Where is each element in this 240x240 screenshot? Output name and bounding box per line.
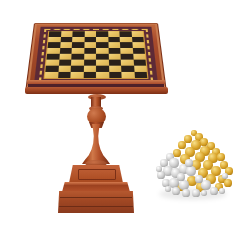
tabletop-edge-moulding	[25, 87, 168, 94]
tabletop	[26, 23, 167, 89]
board-cell	[121, 72, 134, 78]
silver-piece	[182, 189, 190, 197]
board-cell	[58, 72, 71, 78]
gold-trim-border	[39, 29, 153, 82]
silver-piece	[219, 188, 225, 194]
base-bottom-slab	[58, 191, 134, 213]
wood-frame	[26, 23, 167, 89]
silver-piece	[222, 173, 228, 179]
board-cell	[109, 72, 122, 78]
silver-piece	[192, 189, 200, 197]
silver-piece	[185, 159, 193, 167]
base-groove-line	[59, 206, 133, 207]
silver-piece	[156, 166, 162, 172]
silver-piece	[186, 166, 196, 176]
silver-piece	[157, 171, 165, 179]
chess-board	[44, 31, 149, 79]
board-cell	[70, 72, 83, 78]
silver-piece	[165, 186, 171, 192]
gold-piece	[178, 141, 186, 149]
silver-piece	[172, 187, 180, 195]
base-groove-line	[60, 197, 132, 198]
pieces-pile	[155, 126, 237, 204]
gold-piece	[224, 179, 232, 187]
board-cell	[83, 72, 96, 78]
board-cell	[134, 72, 147, 78]
silver-piece	[177, 173, 185, 181]
board-cell	[96, 72, 109, 78]
silver-piece	[195, 175, 203, 183]
gold-piece	[217, 153, 225, 161]
silver-piece	[210, 187, 218, 195]
product-photo-scene	[0, 0, 240, 240]
silver-piece	[201, 190, 207, 196]
board-margin	[34, 27, 158, 84]
base-inset-line	[78, 169, 116, 180]
pedestal-column	[82, 124, 110, 164]
base-step-moulding	[62, 182, 130, 192]
board-cell	[45, 72, 58, 78]
